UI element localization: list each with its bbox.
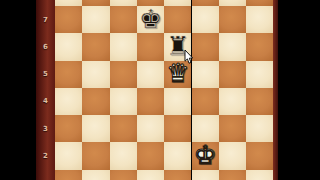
square-a4[interactable] [55, 88, 82, 115]
square-c6[interactable] [110, 33, 137, 60]
square-a7[interactable] [55, 6, 82, 33]
square-b1[interactable] [82, 170, 109, 180]
square-g6[interactable] [219, 33, 246, 60]
square-a3[interactable] [55, 115, 82, 142]
square-f3[interactable] [192, 115, 219, 142]
rank-label-4: 4 [36, 98, 55, 105]
square-b7[interactable] [82, 6, 109, 33]
square-c3[interactable] [110, 115, 137, 142]
board-right-border [273, 0, 278, 180]
square-b6[interactable] [82, 33, 109, 60]
square-h7[interactable] [246, 6, 273, 33]
square-d1[interactable] [137, 170, 164, 180]
square-c4[interactable] [110, 88, 137, 115]
square-g7[interactable] [219, 6, 246, 33]
square-h2[interactable] [246, 142, 273, 169]
square-g2[interactable] [219, 142, 246, 169]
square-f4[interactable] [192, 88, 219, 115]
square-e4[interactable] [164, 88, 191, 115]
chess-board[interactable]: ♚♜♛♚ [55, 0, 273, 180]
black-king[interactable]: ♚ [139, 6, 162, 32]
square-h5[interactable] [246, 61, 273, 88]
square-d5[interactable] [137, 61, 164, 88]
screenshot-background: 765432 ♚♜♛♚ [0, 0, 320, 180]
rank-label-7: 7 [36, 16, 55, 23]
rank-label-2: 2 [36, 153, 55, 160]
square-c7[interactable] [110, 6, 137, 33]
square-g3[interactable] [219, 115, 246, 142]
square-f6[interactable] [192, 33, 219, 60]
rank-label-5: 5 [36, 71, 55, 78]
square-f5[interactable] [192, 61, 219, 88]
square-a6[interactable] [55, 33, 82, 60]
square-f1[interactable] [192, 170, 219, 180]
square-b3[interactable] [82, 115, 109, 142]
square-e3[interactable] [164, 115, 191, 142]
square-a5[interactable] [55, 61, 82, 88]
square-c2[interactable] [110, 142, 137, 169]
square-g1[interactable] [219, 170, 246, 180]
square-e2[interactable] [164, 142, 191, 169]
square-h6[interactable] [246, 33, 273, 60]
mouse-cursor-icon [184, 50, 195, 65]
white-king[interactable]: ♚ [193, 143, 216, 169]
square-d6[interactable] [137, 33, 164, 60]
square-c1[interactable] [110, 170, 137, 180]
rank-label-3: 3 [36, 125, 55, 132]
square-h3[interactable] [246, 115, 273, 142]
square-f7[interactable] [192, 6, 219, 33]
rank-label-6: 6 [36, 43, 55, 50]
square-b2[interactable] [82, 142, 109, 169]
square-a1[interactable] [55, 170, 82, 180]
square-e7[interactable] [164, 6, 191, 33]
square-d4[interactable] [137, 88, 164, 115]
square-g4[interactable] [219, 88, 246, 115]
square-d3[interactable] [137, 115, 164, 142]
square-g5[interactable] [219, 61, 246, 88]
square-h4[interactable] [246, 88, 273, 115]
square-e1[interactable] [164, 170, 191, 180]
square-d2[interactable] [137, 142, 164, 169]
square-b4[interactable] [82, 88, 109, 115]
board-left-border: 765432 [36, 0, 55, 180]
square-a2[interactable] [55, 142, 82, 169]
square-b5[interactable] [82, 61, 109, 88]
square-h1[interactable] [246, 170, 273, 180]
square-c5[interactable] [110, 61, 137, 88]
